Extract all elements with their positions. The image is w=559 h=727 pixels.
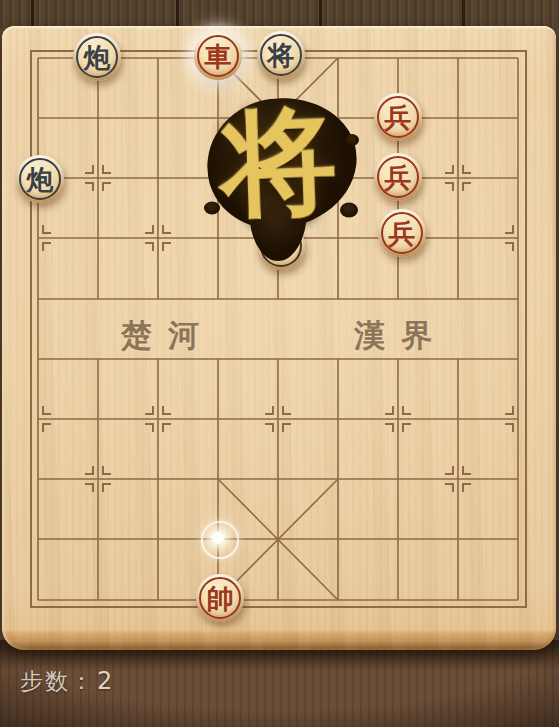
black-cannon-a3[interactable]: 炮 xyxy=(16,155,64,203)
red-soldier-g4[interactable]: 兵 xyxy=(378,209,426,257)
background-wood-top xyxy=(0,0,559,28)
red-soldier-g3-glyph: 兵 xyxy=(377,156,419,198)
hidden-piece-e4[interactable] xyxy=(257,222,305,270)
river-label-right: 漢界 xyxy=(338,315,448,357)
river-label-left: 楚河 xyxy=(105,315,215,357)
black-cannon-b1-glyph: 炮 xyxy=(76,36,118,78)
step-counter-value: 2 xyxy=(97,667,114,695)
step-counter: 步数 ： 2 xyxy=(20,666,114,697)
red-general-d10[interactable]: 帥 xyxy=(196,574,244,622)
hidden-piece-e4-glyph xyxy=(260,225,302,267)
red-soldier-g2[interactable]: 兵 xyxy=(374,93,422,141)
black-general-e1-glyph: 将 xyxy=(260,34,302,76)
xiangqi-game-screen: 楚河 漢界 炮車将炮兵兵兵帥 将 步数 ： 2 xyxy=(0,0,559,727)
black-general-e1[interactable]: 将 xyxy=(257,31,305,79)
black-cannon-a3-glyph: 炮 xyxy=(19,158,61,200)
red-chariot-d1[interactable]: 車 xyxy=(194,32,242,80)
red-soldier-g3[interactable]: 兵 xyxy=(374,153,422,201)
red-general-d10-glyph: 帥 xyxy=(199,577,241,619)
red-chariot-d1-glyph: 車 xyxy=(197,35,239,77)
red-soldier-g2-glyph: 兵 xyxy=(377,96,419,138)
xiangqi-board[interactable] xyxy=(2,26,556,650)
step-counter-label: 步数 xyxy=(20,666,70,697)
black-cannon-b1[interactable]: 炮 xyxy=(73,33,121,81)
red-soldier-g4-glyph: 兵 xyxy=(381,212,423,254)
step-counter-separator: ： xyxy=(70,666,95,697)
